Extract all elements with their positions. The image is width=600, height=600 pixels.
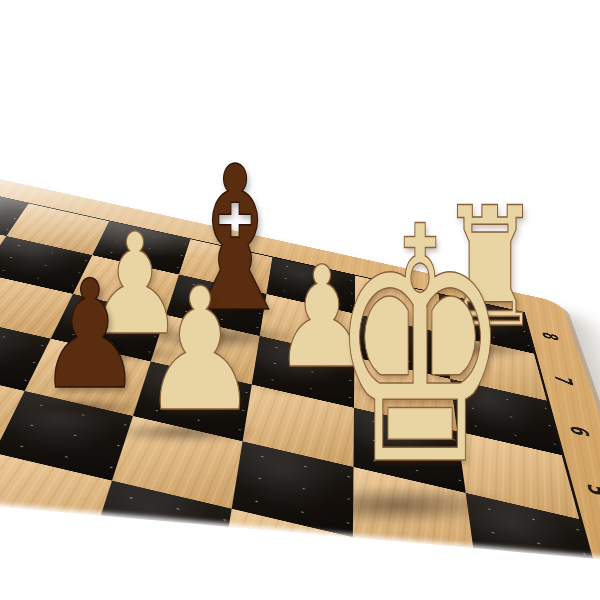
black-pawn-d5[interactable]: ♟ xyxy=(32,260,149,410)
pieces-layer: ♜♝♟♟♟♟♚ xyxy=(0,0,600,600)
white-king-g5[interactable]: ♚ xyxy=(319,185,521,510)
photo-stage: 876543 ♜♝♟♟♟♟♚ xyxy=(0,0,600,600)
white-pawn-e5[interactable]: ♟ xyxy=(134,265,267,435)
